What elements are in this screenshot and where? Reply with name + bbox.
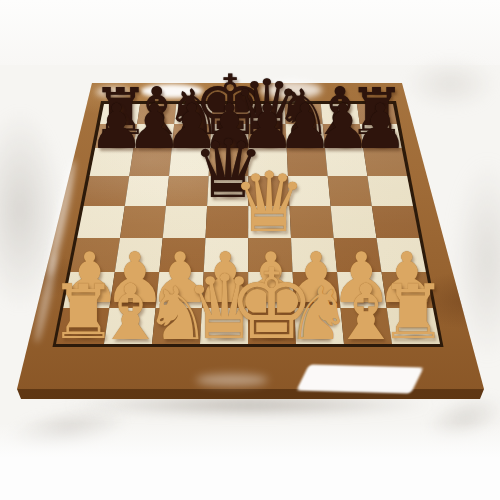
pieces-layer: ♜♝♞♚♛♞♝♜♟♟♟♟♟♟♟♟♛♛♟♟♟♟♟♟♟♟♜♝♞♛♚♞♝♜ bbox=[0, 0, 500, 500]
piece-white-queen-e4[interactable]: ♛ bbox=[232, 162, 306, 245]
piece-white-rook-h1[interactable]: ♜ bbox=[379, 275, 446, 350]
photo-backdrop: ♜♝♞♚♛♞♝♜♟♟♟♟♟♟♟♟♛♛♟♟♟♟♟♟♟♟♜♝♞♛♚♞♝♜ bbox=[0, 0, 500, 500]
piece-black-pawn-h7[interactable]: ♟ bbox=[353, 96, 409, 158]
